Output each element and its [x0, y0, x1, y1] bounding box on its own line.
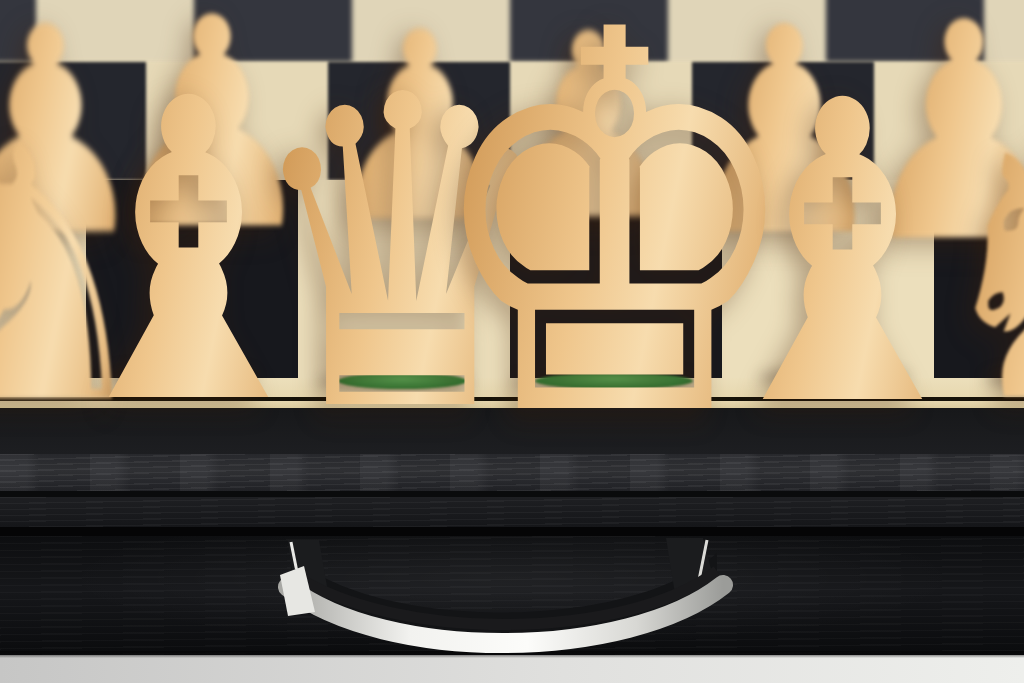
- chess-set-photo: ♟♟♟♟♟♟♞♝♛♚♝♞: [0, 0, 1024, 683]
- white-knight-g1[interactable]: ♞: [912, 96, 1024, 451]
- drawer-handle[interactable]: [255, 515, 755, 680]
